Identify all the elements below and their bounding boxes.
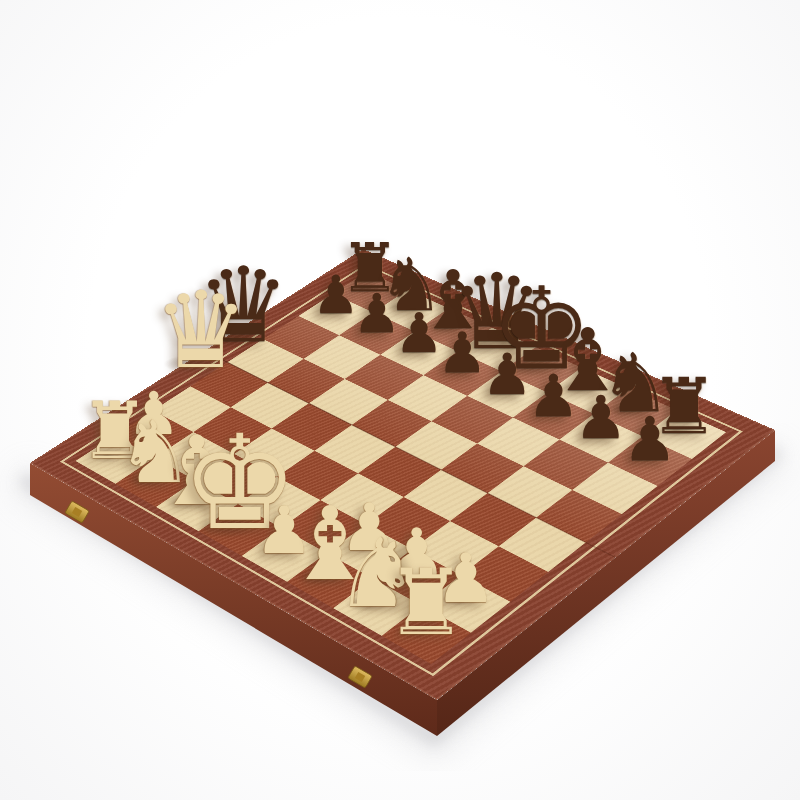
piece-black-pawn: ♟ [527,366,579,424]
piece-black-pawn: ♟ [482,346,533,403]
piece-black-pawn: ♟ [574,387,627,446]
piece-black-pawn: ♟ [394,306,443,361]
chess-set-photo-stage: ♜♞♝♛♚♝♞♜♟♟♟♟♟♟♟♟♛♛♟♟♟♟♜♞♝♚♟♝♞♜ [0,0,800,800]
piece-white-rook: ♜ [385,557,467,648]
piece-white-queen: ♛ [153,277,248,383]
piece-black-pawn: ♟ [623,409,677,470]
piece-black-pawn: ♟ [437,326,487,382]
